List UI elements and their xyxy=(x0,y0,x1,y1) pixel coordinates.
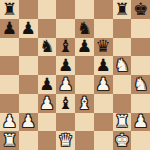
square-f3[interactable] xyxy=(94,94,113,113)
square-f5[interactable]: ♟ xyxy=(94,56,113,75)
square-c8[interactable] xyxy=(38,0,57,19)
piece-black-bishop[interactable]: ♝ xyxy=(58,94,73,111)
square-g6[interactable] xyxy=(113,38,132,57)
square-f1[interactable] xyxy=(94,131,113,150)
chess-board: ♜♜♚♟♟♞♞♝♟♛♟♟♞♟♟♟♞♟♝♝♟♟♜♟♜♛♚ xyxy=(0,0,150,150)
square-g1[interactable]: ♚ xyxy=(113,131,132,150)
piece-white-queen[interactable]: ♛ xyxy=(58,132,73,149)
piece-white-pawn[interactable]: ♟ xyxy=(2,113,17,130)
square-c7[interactable] xyxy=(38,19,57,38)
square-h6[interactable] xyxy=(131,38,150,57)
square-b4[interactable] xyxy=(19,75,38,94)
piece-black-bishop[interactable]: ♝ xyxy=(58,38,73,55)
square-d7[interactable] xyxy=(56,19,75,38)
square-b3[interactable] xyxy=(19,94,38,113)
piece-black-pawn[interactable]: ♟ xyxy=(39,75,54,92)
square-h4[interactable]: ♞ xyxy=(131,75,150,94)
square-f4[interactable]: ♟ xyxy=(94,75,113,94)
square-b5[interactable] xyxy=(19,56,38,75)
square-c1[interactable] xyxy=(38,131,57,150)
square-a2[interactable]: ♟ xyxy=(0,113,19,132)
square-h7[interactable] xyxy=(131,19,150,38)
piece-black-king[interactable]: ♚ xyxy=(133,0,148,17)
square-e4[interactable] xyxy=(75,75,94,94)
square-c6[interactable]: ♞ xyxy=(38,38,57,57)
square-d2[interactable] xyxy=(56,113,75,132)
piece-black-pawn[interactable]: ♟ xyxy=(96,57,111,74)
square-a7[interactable]: ♟ xyxy=(0,19,19,38)
square-g2[interactable]: ♜ xyxy=(113,113,132,132)
square-d6[interactable]: ♝ xyxy=(56,38,75,57)
piece-black-rook[interactable]: ♜ xyxy=(114,0,129,17)
square-c4[interactable]: ♟ xyxy=(38,75,57,94)
square-d4[interactable]: ♟ xyxy=(56,75,75,94)
square-e3[interactable]: ♝ xyxy=(75,94,94,113)
square-e1[interactable] xyxy=(75,131,94,150)
square-d1[interactable]: ♛ xyxy=(56,131,75,150)
square-h2[interactable]: ♟ xyxy=(131,113,150,132)
square-c2[interactable] xyxy=(38,113,57,132)
square-h5[interactable] xyxy=(131,56,150,75)
piece-white-rook[interactable]: ♜ xyxy=(2,132,17,149)
piece-white-knight[interactable]: ♞ xyxy=(114,57,129,74)
piece-black-pawn[interactable]: ♟ xyxy=(58,57,73,74)
square-e6[interactable]: ♟ xyxy=(75,38,94,57)
square-a1[interactable]: ♜ xyxy=(0,131,19,150)
square-g8[interactable]: ♜ xyxy=(113,0,132,19)
piece-white-king[interactable]: ♚ xyxy=(114,132,129,149)
piece-black-queen[interactable]: ♛ xyxy=(96,38,111,55)
square-a4[interactable] xyxy=(0,75,19,94)
piece-white-pawn[interactable]: ♟ xyxy=(39,94,54,111)
square-d5[interactable]: ♟ xyxy=(56,56,75,75)
square-g4[interactable] xyxy=(113,75,132,94)
square-h1[interactable] xyxy=(131,131,150,150)
square-b7[interactable]: ♟ xyxy=(19,19,38,38)
piece-white-knight[interactable]: ♞ xyxy=(133,75,148,92)
square-a6[interactable] xyxy=(0,38,19,57)
piece-white-bishop[interactable]: ♝ xyxy=(77,94,92,111)
square-d3[interactable]: ♝ xyxy=(56,94,75,113)
piece-black-pawn[interactable]: ♟ xyxy=(21,19,36,36)
square-f6[interactable]: ♛ xyxy=(94,38,113,57)
square-h8[interactable]: ♚ xyxy=(131,0,150,19)
piece-white-pawn[interactable]: ♟ xyxy=(96,75,111,92)
square-c5[interactable] xyxy=(38,56,57,75)
square-f2[interactable] xyxy=(94,113,113,132)
square-g5[interactable]: ♞ xyxy=(113,56,132,75)
square-a3[interactable] xyxy=(0,94,19,113)
square-b6[interactable] xyxy=(19,38,38,57)
piece-black-pawn[interactable]: ♟ xyxy=(77,38,92,55)
piece-white-pawn[interactable]: ♟ xyxy=(21,113,36,130)
square-f7[interactable] xyxy=(94,19,113,38)
piece-white-pawn[interactable]: ♟ xyxy=(133,113,148,130)
square-b1[interactable] xyxy=(19,131,38,150)
piece-white-pawn[interactable]: ♟ xyxy=(58,75,73,92)
square-g3[interactable] xyxy=(113,94,132,113)
square-b8[interactable] xyxy=(19,0,38,19)
square-h3[interactable] xyxy=(131,94,150,113)
piece-white-rook[interactable]: ♜ xyxy=(114,113,129,130)
square-a8[interactable]: ♜ xyxy=(0,0,19,19)
piece-black-rook[interactable]: ♜ xyxy=(2,0,17,17)
square-e8[interactable] xyxy=(75,0,94,19)
square-e5[interactable] xyxy=(75,56,94,75)
square-c3[interactable]: ♟ xyxy=(38,94,57,113)
square-d8[interactable] xyxy=(56,0,75,19)
square-a5[interactable] xyxy=(0,56,19,75)
square-f8[interactable] xyxy=(94,0,113,19)
piece-black-pawn[interactable]: ♟ xyxy=(2,19,17,36)
square-b2[interactable]: ♟ xyxy=(19,113,38,132)
square-e2[interactable] xyxy=(75,113,94,132)
square-g7[interactable] xyxy=(113,19,132,38)
piece-black-knight[interactable]: ♞ xyxy=(39,38,54,55)
square-e7[interactable]: ♞ xyxy=(75,19,94,38)
piece-black-knight[interactable]: ♞ xyxy=(77,19,92,36)
